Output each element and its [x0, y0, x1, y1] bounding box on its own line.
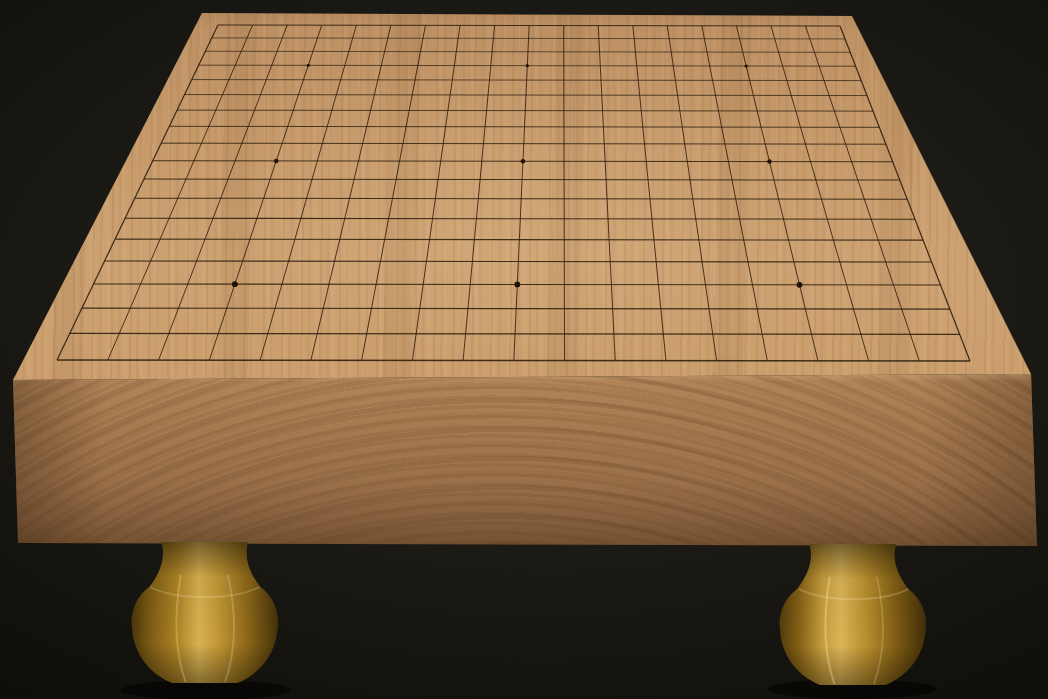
grid-line: [125, 218, 915, 219]
grid-line: [159, 25, 288, 360]
hoshi-point: [274, 159, 279, 164]
grid-line: [311, 25, 391, 360]
goban-overlay: [0, 0, 1048, 699]
grid-line: [805, 26, 919, 361]
grid-line: [412, 25, 460, 360]
grid-line: [115, 239, 923, 240]
grid-line: [514, 26, 529, 361]
grid-line: [82, 308, 950, 309]
grid-line: [57, 25, 218, 360]
grid-line: [108, 25, 253, 360]
grid-line: [840, 26, 970, 361]
grid-line: [598, 26, 615, 361]
goban-right-leg: [780, 544, 927, 685]
hoshi-point: [232, 281, 238, 287]
hoshi-point: [514, 282, 520, 288]
grid-line: [362, 25, 426, 360]
goban-left-leg: [132, 542, 279, 683]
hoshi-point: [307, 64, 310, 67]
grid-line: [105, 261, 932, 262]
grid-line: [702, 26, 767, 361]
grid-line: [260, 25, 356, 360]
hoshi-point: [797, 282, 803, 288]
grid-line: [209, 25, 321, 360]
grid-line: [736, 26, 818, 361]
grid-line: [70, 333, 960, 334]
grid-line: [771, 26, 869, 361]
hoshi-star-points: [232, 64, 802, 288]
grid-line: [144, 179, 900, 180]
grid-line: [57, 360, 970, 361]
grid-line: [633, 26, 666, 361]
hoshi-point: [526, 64, 529, 67]
goban-grid[interactable]: [57, 25, 970, 361]
grid-line: [564, 26, 565, 361]
grid-line: [463, 25, 495, 360]
hoshi-point: [745, 64, 748, 67]
grid-line: [667, 26, 716, 361]
hoshi-point: [767, 159, 772, 164]
grid-line: [135, 198, 907, 199]
hoshi-point: [521, 159, 526, 164]
